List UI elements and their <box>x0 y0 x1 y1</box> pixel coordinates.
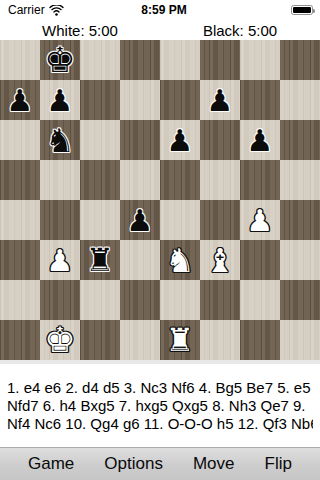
square-e1[interactable]: ♜ <box>160 320 200 360</box>
square-d3[interactable] <box>120 240 160 280</box>
square-c8[interactable] <box>80 40 120 80</box>
square-f8[interactable] <box>200 40 240 80</box>
square-c2[interactable] <box>80 280 120 320</box>
square-a2[interactable] <box>0 280 40 320</box>
square-h3[interactable] <box>280 240 320 280</box>
square-f7[interactable]: ♟ <box>200 80 240 120</box>
square-c7[interactable] <box>80 80 120 120</box>
square-g2[interactable] <box>240 280 280 320</box>
piece-white-king-b1[interactable]: ♚ <box>40 320 80 360</box>
square-d8[interactable] <box>120 40 160 80</box>
piece-black-pawn-b7[interactable]: ♟ <box>40 80 80 120</box>
piece-black-pawn-a7[interactable]: ♟ <box>0 80 40 120</box>
square-a4[interactable] <box>0 200 40 240</box>
wifi-icon <box>49 5 64 16</box>
game-button[interactable]: Game <box>26 448 76 480</box>
options-button[interactable]: Options <box>102 448 165 480</box>
piece-black-knight-b6[interactable]: ♞ <box>40 120 80 160</box>
square-c1[interactable] <box>80 320 120 360</box>
move-list-line: 1. e4 e6 2. d4 d5 3. Nc3 Nf6 4. Bg5 Be7 … <box>7 379 313 397</box>
square-a1[interactable] <box>0 320 40 360</box>
piece-white-pawn-b3[interactable]: ♟ <box>40 240 80 280</box>
bottom-toolbar: Game Options Move Flip <box>0 447 320 480</box>
square-b4[interactable] <box>40 200 80 240</box>
square-g5[interactable] <box>240 160 280 200</box>
square-f1[interactable] <box>200 320 240 360</box>
square-e6[interactable]: ♟ <box>160 120 200 160</box>
square-c3[interactable]: ♜ <box>80 240 120 280</box>
chess-app-screen: Carrier 8:59 PM White: 5:00 Black: 5:00 … <box>0 0 320 480</box>
carrier-label: Carrier <box>8 3 45 17</box>
piece-black-king-b8[interactable]: ♚ <box>40 40 80 80</box>
move-button[interactable]: Move <box>191 448 237 480</box>
clock-bar: White: 5:00 Black: 5:00 <box>0 20 320 40</box>
piece-black-pawn-e6[interactable]: ♟ <box>160 120 200 160</box>
square-b8[interactable]: ♚ <box>40 40 80 80</box>
square-f6[interactable] <box>200 120 240 160</box>
piece-white-pawn-g4[interactable]: ♟ <box>240 200 280 240</box>
square-e5[interactable] <box>160 160 200 200</box>
square-f5[interactable] <box>200 160 240 200</box>
square-e3[interactable]: ♞ <box>160 240 200 280</box>
square-c4[interactable] <box>80 200 120 240</box>
square-f3[interactable]: ♝ <box>200 240 240 280</box>
piece-black-pawn-g6[interactable]: ♟ <box>240 120 280 160</box>
white-clock: White: 5:00 <box>0 20 160 40</box>
square-g6[interactable]: ♟ <box>240 120 280 160</box>
square-e8[interactable] <box>160 40 200 80</box>
status-left: Carrier <box>0 3 108 17</box>
square-b1[interactable]: ♚ <box>40 320 80 360</box>
square-h1[interactable] <box>280 320 320 360</box>
square-h8[interactable] <box>280 40 320 80</box>
square-b5[interactable] <box>40 160 80 200</box>
battery-level <box>293 7 311 13</box>
move-list-line: Nf4 Nc6 10. Qg4 g6 11. O-O-O h5 12. Qf3 … <box>7 415 313 433</box>
square-a7[interactable]: ♟ <box>0 80 40 120</box>
square-d5[interactable] <box>120 160 160 200</box>
square-d2[interactable] <box>120 280 160 320</box>
piece-black-rook-c3[interactable]: ♜ <box>80 240 120 280</box>
square-d6[interactable] <box>120 120 160 160</box>
square-a6[interactable] <box>0 120 40 160</box>
square-c6[interactable] <box>80 120 120 160</box>
square-h4[interactable] <box>280 200 320 240</box>
status-bar: Carrier 8:59 PM <box>0 0 320 20</box>
square-e4[interactable] <box>160 200 200 240</box>
piece-black-pawn-f7[interactable]: ♟ <box>200 80 240 120</box>
battery-icon <box>291 5 313 15</box>
square-d7[interactable] <box>120 80 160 120</box>
square-e7[interactable] <box>160 80 200 120</box>
square-d4[interactable]: ♟ <box>120 200 160 240</box>
square-b6[interactable]: ♞ <box>40 120 80 160</box>
status-right <box>220 5 320 15</box>
square-h6[interactable] <box>280 120 320 160</box>
flip-button[interactable]: Flip <box>263 448 294 480</box>
piece-white-bishop-f3[interactable]: ♝ <box>200 240 240 280</box>
square-f4[interactable] <box>200 200 240 240</box>
square-a8[interactable] <box>0 40 40 80</box>
square-b2[interactable] <box>40 280 80 320</box>
square-h2[interactable] <box>280 280 320 320</box>
square-g1[interactable] <box>240 320 280 360</box>
square-g7[interactable] <box>240 80 280 120</box>
square-d1[interactable] <box>120 320 160 360</box>
square-e2[interactable] <box>160 280 200 320</box>
square-a5[interactable] <box>0 160 40 200</box>
square-a3[interactable] <box>0 240 40 280</box>
status-time: 8:59 PM <box>108 3 220 17</box>
square-g3[interactable] <box>240 240 280 280</box>
piece-white-rook-e1[interactable]: ♜ <box>160 320 200 360</box>
square-b7[interactable]: ♟ <box>40 80 80 120</box>
piece-white-knight-e3[interactable]: ♞ <box>160 240 200 280</box>
chess-board: ♚♟♟♟♞♟♟♟♟♟♜♞♝♚♜ <box>0 40 320 360</box>
black-clock: Black: 5:00 <box>160 20 320 40</box>
square-h5[interactable] <box>280 160 320 200</box>
battery-nub <box>313 9 315 13</box>
square-g4[interactable]: ♟ <box>240 200 280 240</box>
move-list[interactable]: 1. e4 e6 2. d4 d5 3. Nc3 Nf6 4. Bg5 Be7 … <box>0 364 320 447</box>
square-b3[interactable]: ♟ <box>40 240 80 280</box>
move-list-line: Nfd7 6. h4 Bxg5 7. hxg5 Qxg5 8. Nh3 Qe7 … <box>7 397 313 415</box>
square-f2[interactable] <box>200 280 240 320</box>
square-h7[interactable] <box>280 80 320 120</box>
piece-black-pawn-d4[interactable]: ♟ <box>120 200 160 240</box>
square-g8[interactable] <box>240 40 280 80</box>
square-c5[interactable] <box>80 160 120 200</box>
